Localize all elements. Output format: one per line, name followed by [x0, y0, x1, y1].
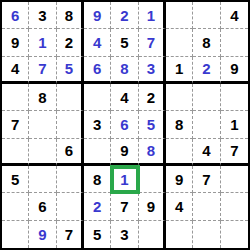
- cell-r7c3[interactable]: [57, 166, 84, 193]
- cell-r8c5[interactable]: 7: [111, 193, 138, 220]
- cell-r2c3[interactable]: 2: [57, 29, 84, 56]
- cell-r3c5[interactable]: 8: [111, 57, 138, 84]
- cell-r5c8[interactable]: [193, 111, 220, 138]
- cell-r2c7[interactable]: [166, 29, 193, 56]
- cell-r8c9[interactable]: [221, 193, 248, 220]
- cell-r5c1[interactable]: 7: [2, 111, 29, 138]
- cell-r2c9[interactable]: [221, 29, 248, 56]
- cell-r3c2[interactable]: 7: [29, 57, 56, 84]
- cell-r7c7[interactable]: 9: [166, 166, 193, 193]
- cell-r6c8[interactable]: 4: [193, 139, 220, 166]
- cell-r2c8[interactable]: 8: [193, 29, 220, 56]
- cell-r4c3[interactable]: [57, 84, 84, 111]
- cell-r4c8[interactable]: [193, 84, 220, 111]
- cell-r2c5[interactable]: 5: [111, 29, 138, 56]
- cell-r5c7[interactable]: 8: [166, 111, 193, 138]
- cell-r6c5[interactable]: 9: [111, 139, 138, 166]
- cell-r4c6[interactable]: 2: [139, 84, 166, 111]
- cell-r5c2[interactable]: [29, 111, 56, 138]
- cell-r6c2[interactable]: [29, 139, 56, 166]
- cell-r4c7[interactable]: [166, 84, 193, 111]
- cell-r8c2[interactable]: 6: [29, 193, 56, 220]
- cell-r9c8[interactable]: [193, 221, 220, 248]
- cell-r9c9[interactable]: [221, 221, 248, 248]
- cell-r1c6[interactable]: 1: [139, 2, 166, 29]
- cell-r3c3[interactable]: 5: [57, 57, 84, 84]
- cell-r7c9[interactable]: [221, 166, 248, 193]
- cell-r4c2[interactable]: 8: [29, 84, 56, 111]
- cell-r4c9[interactable]: [221, 84, 248, 111]
- cell-r8c8[interactable]: [193, 193, 220, 220]
- cell-r1c5[interactable]: 2: [111, 2, 138, 29]
- cell-r9c7[interactable]: [166, 221, 193, 248]
- cell-r9c6[interactable]: [139, 221, 166, 248]
- cell-r9c4[interactable]: 5: [84, 221, 111, 248]
- cell-r6c3[interactable]: 6: [57, 139, 84, 166]
- cell-r1c3[interactable]: 8: [57, 2, 84, 29]
- cell-r2c4[interactable]: 4: [84, 29, 111, 56]
- cell-r6c9[interactable]: 7: [221, 139, 248, 166]
- cell-r1c9[interactable]: 4: [221, 2, 248, 29]
- cell-r3c6[interactable]: 3: [139, 57, 166, 84]
- cell-r7c6[interactable]: [139, 166, 166, 193]
- cell-r6c6[interactable]: 8: [139, 139, 166, 166]
- cell-r3c7[interactable]: 1: [166, 57, 193, 84]
- cell-r2c2[interactable]: 1: [29, 29, 56, 56]
- cell-r8c1[interactable]: [2, 193, 29, 220]
- cell-r8c6[interactable]: 9: [139, 193, 166, 220]
- cell-r3c9[interactable]: 9: [221, 57, 248, 84]
- cell-r4c4[interactable]: [84, 84, 111, 111]
- cell-r3c8[interactable]: 2: [193, 57, 220, 84]
- cell-r4c5[interactable]: 4: [111, 84, 138, 111]
- cell-r8c4[interactable]: 2: [84, 193, 111, 220]
- cell-r7c4[interactable]: 8: [84, 166, 111, 193]
- cell-r8c3[interactable]: [57, 193, 84, 220]
- cell-r9c3[interactable]: 7: [57, 221, 84, 248]
- cell-r5c9[interactable]: 1: [221, 111, 248, 138]
- cell-r6c7[interactable]: [166, 139, 193, 166]
- cell-r1c4[interactable]: 9: [84, 2, 111, 29]
- cell-r1c8[interactable]: [193, 2, 220, 29]
- cell-r5c4[interactable]: 3: [84, 111, 111, 138]
- cell-r9c2[interactable]: 9: [29, 221, 56, 248]
- cell-r4c1[interactable]: [2, 84, 29, 111]
- cell-r5c5[interactable]: 6: [111, 111, 138, 138]
- cell-r5c3[interactable]: [57, 111, 84, 138]
- cell-r2c1[interactable]: 9: [2, 29, 29, 56]
- cell-r6c1[interactable]: [2, 139, 29, 166]
- cell-r1c1[interactable]: 6: [2, 2, 29, 29]
- cell-r9c1[interactable]: [2, 221, 29, 248]
- cell-r9c5[interactable]: 3: [111, 221, 138, 248]
- cell-r7c2[interactable]: [29, 166, 56, 193]
- cell-r2c6[interactable]: 7: [139, 29, 166, 56]
- cell-r3c1[interactable]: 4: [2, 57, 29, 84]
- cell-r7c1[interactable]: 5: [2, 166, 29, 193]
- cell-r3c4[interactable]: 6: [84, 57, 111, 84]
- sudoku-board: 6389214912457847568312984273658169847581…: [0, 0, 250, 250]
- cell-r1c2[interactable]: 3: [29, 2, 56, 29]
- cell-r6c4[interactable]: [84, 139, 111, 166]
- cell-r7c8[interactable]: 7: [193, 166, 220, 193]
- cell-r1c7[interactable]: [166, 2, 193, 29]
- cell-r5c6[interactable]: 5: [139, 111, 166, 138]
- cell-r8c7[interactable]: 4: [166, 193, 193, 220]
- cell-r7c5-selected[interactable]: 1: [111, 166, 138, 193]
